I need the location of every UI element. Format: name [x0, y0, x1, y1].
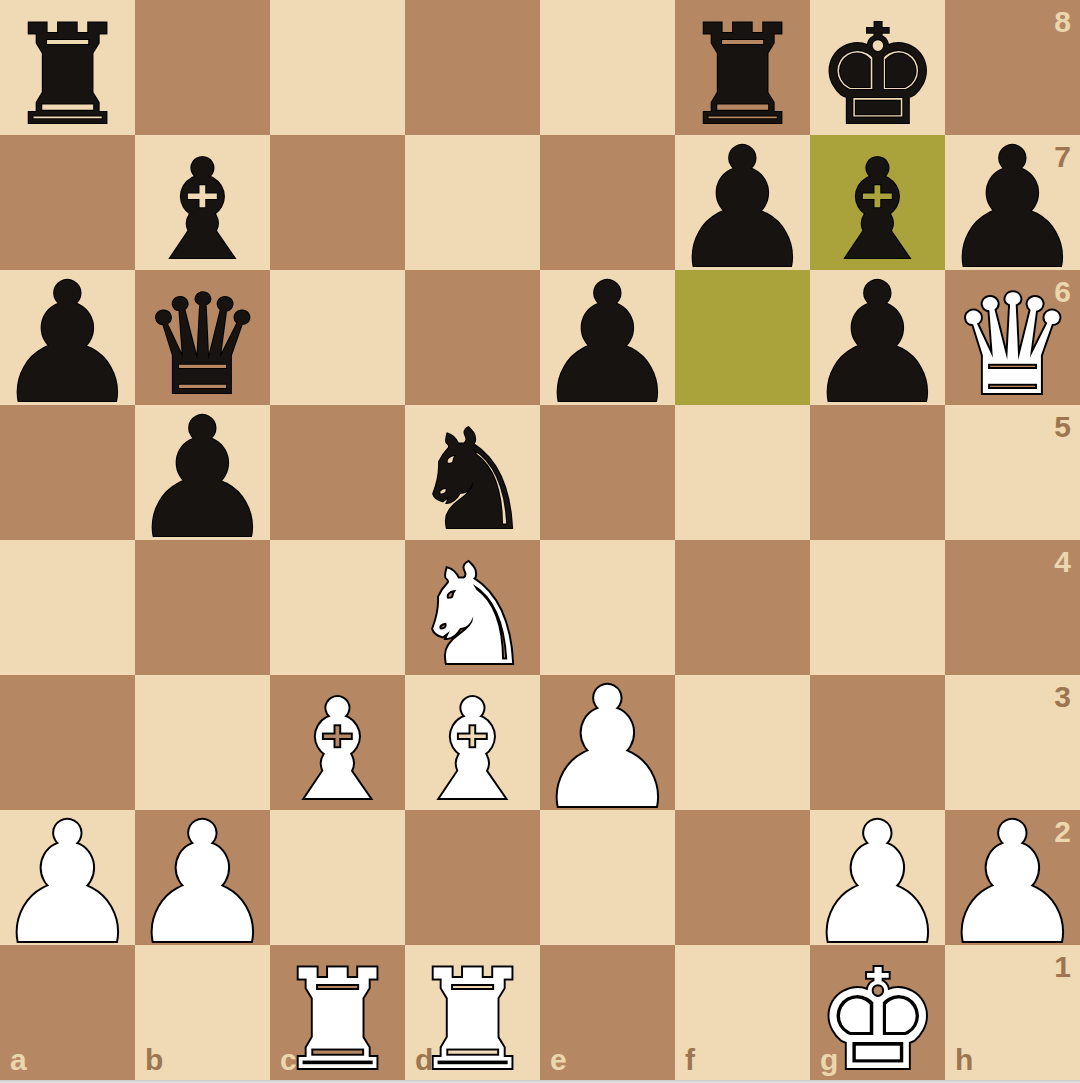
square-f5[interactable] — [675, 405, 810, 540]
square-a5[interactable] — [0, 405, 135, 540]
coord-file-f: f — [685, 1043, 695, 1077]
square-f2[interactable] — [675, 810, 810, 945]
square-d1[interactable]: ♜d — [405, 945, 540, 1080]
square-h5[interactable]: 5 — [945, 405, 1080, 540]
black-pawn[interactable]: ♟ — [810, 276, 945, 411]
coord-file-h: h — [955, 1043, 973, 1077]
coord-rank-3: 3 — [1054, 680, 1071, 714]
square-g2[interactable]: ♟ — [810, 810, 945, 945]
square-c7[interactable] — [270, 135, 405, 270]
black-rook[interactable]: ♜ — [0, 8, 135, 143]
coord-rank-8: 8 — [1054, 5, 1071, 39]
square-b1[interactable]: b — [135, 945, 270, 1080]
black-king[interactable]: ♚ — [810, 8, 945, 143]
square-a2[interactable]: ♟ — [0, 810, 135, 945]
square-d4[interactable]: ♞ — [405, 540, 540, 675]
white-queen[interactable]: ♛ — [945, 278, 1080, 413]
coord-file-e: e — [550, 1043, 567, 1077]
square-h4[interactable]: 4 — [945, 540, 1080, 675]
black-pawn[interactable]: ♟ — [945, 141, 1080, 276]
square-d2[interactable] — [405, 810, 540, 945]
square-f6[interactable] — [675, 270, 810, 405]
white-rook[interactable]: ♜ — [270, 953, 405, 1083]
square-c6[interactable] — [270, 270, 405, 405]
square-d3[interactable]: ♝ — [405, 675, 540, 810]
square-e6[interactable]: ♟ — [540, 270, 675, 405]
square-e2[interactable] — [540, 810, 675, 945]
square-d5[interactable]: ♞ — [405, 405, 540, 540]
white-king[interactable]: ♚ — [810, 953, 945, 1083]
black-pawn[interactable]: ♟ — [675, 141, 810, 276]
square-e5[interactable] — [540, 405, 675, 540]
square-h1[interactable]: h1 — [945, 945, 1080, 1080]
square-e3[interactable]: ♟ — [540, 675, 675, 810]
square-g8[interactable]: ♚ — [810, 0, 945, 135]
square-b4[interactable] — [135, 540, 270, 675]
white-bishop[interactable]: ♝ — [405, 683, 540, 818]
square-c5[interactable] — [270, 405, 405, 540]
square-c8[interactable] — [270, 0, 405, 135]
square-a4[interactable] — [0, 540, 135, 675]
white-pawn[interactable]: ♟ — [135, 816, 270, 951]
square-h2[interactable]: ♟2 — [945, 810, 1080, 945]
square-g1[interactable]: ♚g — [810, 945, 945, 1080]
square-b8[interactable] — [135, 0, 270, 135]
square-g4[interactable] — [810, 540, 945, 675]
white-knight[interactable]: ♞ — [405, 548, 540, 683]
coord-rank-1: 1 — [1054, 950, 1071, 984]
square-b2[interactable]: ♟ — [135, 810, 270, 945]
square-c2[interactable] — [270, 810, 405, 945]
square-b5[interactable]: ♟ — [135, 405, 270, 540]
black-pawn[interactable]: ♟ — [135, 411, 270, 546]
square-a8[interactable]: ♜ — [0, 0, 135, 135]
black-bishop[interactable]: ♝ — [135, 143, 270, 278]
white-pawn[interactable]: ♟ — [0, 816, 135, 951]
white-pawn[interactable]: ♟ — [945, 816, 1080, 951]
black-pawn[interactable]: ♟ — [0, 276, 135, 411]
square-e1[interactable]: e — [540, 945, 675, 1080]
square-c1[interactable]: ♜c — [270, 945, 405, 1080]
square-g6[interactable]: ♟ — [810, 270, 945, 405]
square-a1[interactable]: a — [0, 945, 135, 1080]
square-f4[interactable] — [675, 540, 810, 675]
coord-rank-5: 5 — [1054, 410, 1071, 444]
square-d7[interactable] — [405, 135, 540, 270]
black-knight[interactable]: ♞ — [405, 413, 540, 548]
square-f1[interactable]: f — [675, 945, 810, 1080]
square-a6[interactable]: ♟ — [0, 270, 135, 405]
square-g5[interactable] — [810, 405, 945, 540]
coord-rank-4: 4 — [1054, 545, 1071, 579]
square-b7[interactable]: ♝ — [135, 135, 270, 270]
white-rook[interactable]: ♜ — [405, 953, 540, 1083]
coord-file-a: a — [10, 1043, 27, 1077]
coord-file-b: b — [145, 1043, 163, 1077]
square-c4[interactable] — [270, 540, 405, 675]
white-pawn[interactable]: ♟ — [540, 681, 675, 816]
square-e8[interactable] — [540, 0, 675, 135]
square-f3[interactable] — [675, 675, 810, 810]
white-bishop[interactable]: ♝ — [270, 683, 405, 818]
chessboard-container: ♜♜♚8♝♟♝♟7♟♛♟♟♛6♟♞5♞4♝♝♟3♟♟♟♟2ab♜c♜def♚gh… — [0, 0, 1080, 1083]
white-pawn[interactable]: ♟ — [810, 816, 945, 951]
square-d6[interactable] — [405, 270, 540, 405]
square-c3[interactable]: ♝ — [270, 675, 405, 810]
black-pawn[interactable]: ♟ — [540, 276, 675, 411]
square-h7[interactable]: ♟7 — [945, 135, 1080, 270]
square-h6[interactable]: ♛6 — [945, 270, 1080, 405]
square-f7[interactable]: ♟ — [675, 135, 810, 270]
chess-board[interactable]: ♜♜♚8♝♟♝♟7♟♛♟♟♛6♟♞5♞4♝♝♟3♟♟♟♟2ab♜c♜def♚gh… — [0, 0, 1080, 1080]
square-d8[interactable] — [405, 0, 540, 135]
